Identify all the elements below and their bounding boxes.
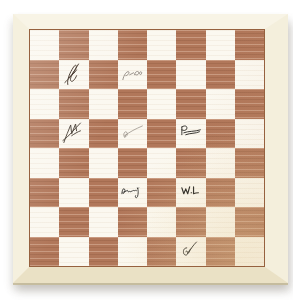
- square-b4: [59, 148, 88, 178]
- square-d5: [118, 119, 147, 149]
- square-d2: [118, 207, 147, 237]
- square-f5: [176, 119, 205, 149]
- square-f3: [176, 178, 205, 208]
- photo-background: [0, 0, 293, 300]
- square-g2: [206, 207, 235, 237]
- signature-d7: [118, 60, 147, 90]
- square-a1: [30, 237, 59, 267]
- chess-board: [29, 29, 265, 267]
- square-g4: [206, 148, 235, 178]
- square-a5: [30, 119, 59, 149]
- square-f2: [176, 207, 205, 237]
- square-f6: [176, 89, 205, 119]
- square-e2: [147, 207, 176, 237]
- square-b5: [59, 119, 88, 149]
- signature-b5: [59, 119, 88, 149]
- square-d6: [118, 89, 147, 119]
- square-c3: [89, 178, 118, 208]
- square-c5: [89, 119, 118, 149]
- signature-d5: [118, 119, 147, 149]
- square-d3: [118, 178, 147, 208]
- square-b1: [59, 237, 88, 267]
- square-h8: [235, 30, 264, 60]
- square-a7: [30, 60, 59, 90]
- square-g5: [206, 119, 235, 149]
- signature-f5: [176, 119, 205, 149]
- square-f7: [176, 60, 205, 90]
- square-d1: [118, 237, 147, 267]
- square-d7: [118, 60, 147, 90]
- square-e8: [147, 30, 176, 60]
- square-h2: [235, 207, 264, 237]
- square-d8: [118, 30, 147, 60]
- signature-d3: [118, 178, 147, 208]
- square-c7: [89, 60, 118, 90]
- square-h3: [235, 178, 264, 208]
- signature-f1: [176, 237, 205, 267]
- square-g7: [206, 60, 235, 90]
- square-b2: [59, 207, 88, 237]
- square-a8: [30, 30, 59, 60]
- square-a2: [30, 207, 59, 237]
- square-g3: [206, 178, 235, 208]
- square-h6: [235, 89, 264, 119]
- square-c6: [89, 89, 118, 119]
- square-e6: [147, 89, 176, 119]
- signature-f3: [176, 178, 205, 208]
- square-c4: [89, 148, 118, 178]
- square-e4: [147, 148, 176, 178]
- square-c8: [89, 30, 118, 60]
- square-c1: [89, 237, 118, 267]
- square-f1: [176, 237, 205, 267]
- square-f4: [176, 148, 205, 178]
- square-e7: [147, 60, 176, 90]
- square-d4: [118, 148, 147, 178]
- square-a3: [30, 178, 59, 208]
- square-g6: [206, 89, 235, 119]
- board-frame: [13, 14, 288, 283]
- square-h7: [235, 60, 264, 90]
- square-h1: [235, 237, 264, 267]
- square-h5: [235, 119, 264, 149]
- square-e5: [147, 119, 176, 149]
- square-b7: [59, 60, 88, 90]
- square-b3: [59, 178, 88, 208]
- square-c2: [89, 207, 118, 237]
- square-h4: [235, 148, 264, 178]
- square-g1: [206, 237, 235, 267]
- signature-b7: [59, 60, 88, 90]
- square-g8: [206, 30, 235, 60]
- square-b8: [59, 30, 88, 60]
- square-a6: [30, 89, 59, 119]
- square-e1: [147, 237, 176, 267]
- square-a4: [30, 148, 59, 178]
- square-b6: [59, 89, 88, 119]
- square-e3: [147, 178, 176, 208]
- square-f8: [176, 30, 205, 60]
